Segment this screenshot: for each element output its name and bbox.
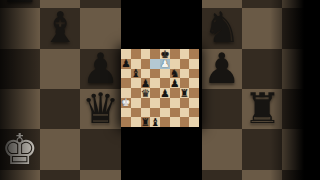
square-f1[interactable]	[170, 117, 180, 127]
square-e4[interactable]: ♟	[160, 88, 170, 98]
bg-piece-bP-f5: ♟	[203, 48, 241, 90]
piece-bP-f5: ♟	[170, 78, 179, 89]
piece-bP-a7: ♟	[121, 58, 130, 69]
piece-wP-e7: ♟	[160, 58, 169, 69]
bg-square-c4: ♛	[80, 89, 120, 129]
square-h1[interactable]	[189, 117, 199, 127]
square-a5[interactable]	[121, 78, 131, 88]
bg-piece-bB-b6: ♝	[41, 7, 79, 49]
square-d8[interactable]	[150, 49, 160, 59]
bg-square-b6: ♝	[40, 8, 80, 48]
bg-square-b4	[40, 89, 80, 129]
square-h4[interactable]	[189, 88, 199, 98]
square-a6[interactable]	[121, 69, 131, 79]
bg-square-f2	[202, 170, 242, 180]
square-a7[interactable]: ♟	[121, 59, 131, 69]
square-b1[interactable]	[131, 117, 141, 127]
chess-board[interactable]: ♚♟♟♝♞♟♟♛♟♜♚♜♝	[121, 49, 199, 127]
square-g8[interactable]	[180, 49, 190, 59]
piece-bB-b6: ♝	[131, 68, 140, 79]
square-g2[interactable]	[180, 108, 190, 118]
square-b6[interactable]: ♝	[131, 69, 141, 79]
piece-wK-a3: ♚	[121, 97, 130, 108]
square-c8[interactable]	[141, 49, 151, 59]
square-a3[interactable]: ♚	[121, 98, 131, 108]
right-vignette	[270, 0, 320, 180]
square-e2[interactable]	[160, 108, 170, 118]
square-e3[interactable]	[160, 98, 170, 108]
square-h7[interactable]	[189, 59, 199, 69]
square-e1[interactable]	[160, 117, 170, 127]
bg-square-f5: ♟	[202, 49, 242, 89]
left-vignette	[0, 0, 40, 180]
square-g7[interactable]	[180, 59, 190, 69]
square-d4[interactable]	[150, 88, 160, 98]
square-b4[interactable]	[131, 88, 141, 98]
bg-square-f3	[202, 129, 242, 169]
square-g4[interactable]: ♜	[180, 88, 190, 98]
square-d3[interactable]	[150, 98, 160, 108]
video-frame: ♚♟♟♝♞♟♟♛♟♜♚♜♝ ♚♟♟♝♞♟♟♛♟♜♚♜♝	[0, 0, 320, 180]
square-d7[interactable]	[150, 59, 160, 69]
square-b3[interactable]	[131, 98, 141, 108]
piece-bR-g4: ♜	[180, 88, 189, 99]
square-d5[interactable]	[150, 78, 160, 88]
square-d1[interactable]: ♝	[150, 117, 160, 127]
square-h2[interactable]	[189, 108, 199, 118]
square-f4[interactable]	[170, 88, 180, 98]
bg-piece-bQ-c4: ♛	[82, 88, 120, 130]
piece-bP-e4: ♟	[160, 88, 169, 99]
bg-square-b2	[40, 170, 80, 180]
piece-bQ-c4: ♛	[141, 88, 150, 99]
square-g1[interactable]	[180, 117, 190, 127]
square-b8[interactable]	[131, 49, 141, 59]
square-f3[interactable]	[170, 98, 180, 108]
bg-square-f6: ♞	[202, 8, 242, 48]
square-b2[interactable]	[131, 108, 141, 118]
piece-bB-d1: ♝	[150, 117, 159, 128]
bg-square-c5: ♟	[80, 49, 120, 89]
square-e7[interactable]: ♟	[160, 59, 170, 69]
square-g3[interactable]	[180, 98, 190, 108]
square-h5[interactable]	[189, 78, 199, 88]
bg-square-c2	[80, 170, 120, 180]
square-d6[interactable]	[150, 69, 160, 79]
square-h8[interactable]	[189, 49, 199, 59]
bg-square-b5	[40, 49, 80, 89]
square-b5[interactable]	[131, 78, 141, 88]
bg-square-c3	[80, 129, 120, 169]
square-c3[interactable]	[141, 98, 151, 108]
square-h3[interactable]	[189, 98, 199, 108]
bg-square-c6	[80, 8, 120, 48]
square-g6[interactable]	[180, 69, 190, 79]
square-h6[interactable]	[189, 69, 199, 79]
square-c7[interactable]	[141, 59, 151, 69]
square-a1[interactable]	[121, 117, 131, 127]
square-f5[interactable]: ♟	[170, 78, 180, 88]
square-c4[interactable]: ♛	[141, 88, 151, 98]
bg-square-f4	[202, 89, 242, 129]
bg-square-b3	[40, 129, 80, 169]
square-c1[interactable]: ♜	[141, 117, 151, 127]
square-f8[interactable]	[170, 49, 180, 59]
square-f2[interactable]	[170, 108, 180, 118]
bg-square-c7	[80, 0, 120, 8]
square-a2[interactable]	[121, 108, 131, 118]
piece-bR-c1: ♜	[141, 117, 150, 128]
square-e6[interactable]	[160, 69, 170, 79]
